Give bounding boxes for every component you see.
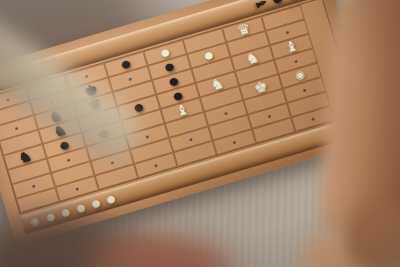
hand bbox=[335, 195, 400, 267]
makruk-game-photo: ♝●●● ●●♛♚●●♞♛●♞♝♞●●♞♞●◉♝♚◉ ◉●●●●● bbox=[0, 0, 400, 267]
right-player-hands bbox=[280, 195, 400, 267]
captured-black-cone-lying: ♝ bbox=[249, 0, 272, 13]
captured-black-pawn-disc: ● bbox=[270, 0, 284, 9]
